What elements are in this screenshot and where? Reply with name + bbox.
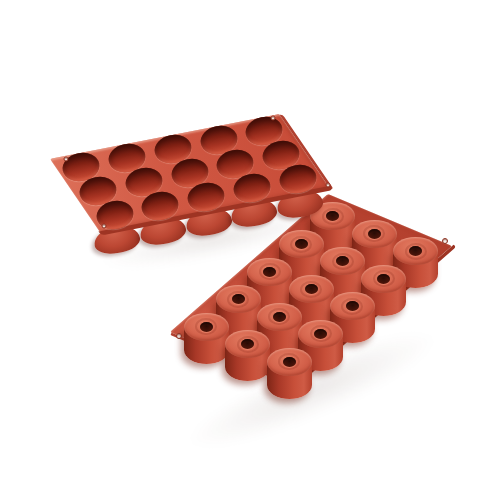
hanging-hole — [64, 157, 69, 162]
product-photo — [0, 0, 480, 480]
cylinder-vent-hole — [368, 229, 381, 239]
hanging-hole — [102, 224, 107, 229]
cylinder-vent-hole — [295, 239, 308, 249]
hanging-hole — [271, 116, 276, 121]
hanging-hole — [442, 238, 448, 244]
cylinder-vent-hole — [263, 267, 276, 277]
cylinder-core — [184, 313, 229, 364]
cylinder-vent-hole — [232, 294, 245, 304]
cylinder-core — [267, 348, 312, 399]
cylinder-vent-hole — [377, 274, 390, 284]
cylinder-core — [225, 330, 270, 381]
cylinder-vent-hole — [283, 357, 296, 367]
hanging-hole — [326, 183, 331, 188]
cylinder-vent-hole — [305, 284, 318, 294]
cylinder-vent-hole — [273, 312, 286, 322]
hanging-hole — [176, 333, 182, 339]
cylinder-vent-hole — [200, 322, 213, 332]
